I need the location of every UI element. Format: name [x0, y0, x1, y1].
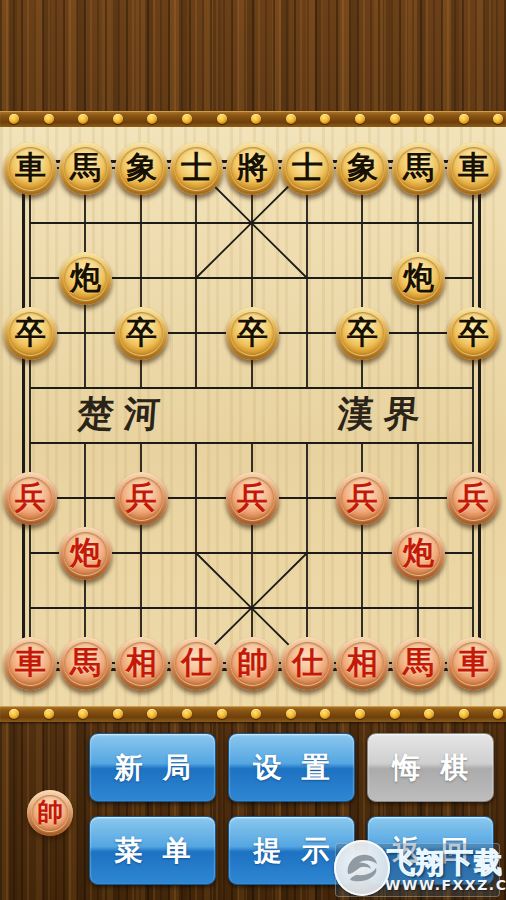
red-general-icon: 帥: [27, 790, 73, 836]
undo-button[interactable]: 悔棋: [367, 733, 494, 802]
piece-black-f2r3[interactable]: 卒: [115, 307, 168, 360]
piece-red-f2r9[interactable]: 相: [115, 637, 168, 690]
download-site-watermark: 飞翔下载 WWW.FXXZ.COM: [333, 840, 500, 896]
piece-glyph: 士: [181, 152, 212, 183]
piece-red-f4r9[interactable]: 帥: [226, 637, 279, 690]
piece-glyph: 卒: [15, 317, 46, 348]
piece-red-f4r6[interactable]: 兵: [226, 472, 279, 525]
piece-black-f7r0[interactable]: 馬: [392, 142, 445, 195]
piece-red-f5r9[interactable]: 仕: [281, 637, 334, 690]
piece-glyph: 卒: [126, 317, 157, 348]
piece-glyph: 仕: [292, 647, 323, 678]
piece-glyph: 炮: [403, 537, 434, 568]
watermark-site-url: WWW.FXXZ.COM: [385, 877, 506, 893]
piece-black-f7r2[interactable]: 炮: [392, 252, 445, 305]
piece-glyph: 車: [458, 647, 489, 678]
piece-glyph: 象: [126, 152, 157, 183]
new-game-button[interactable]: 新局: [89, 733, 216, 802]
settings-button[interactable]: 设置: [228, 733, 355, 802]
piece-black-f6r0[interactable]: 象: [336, 142, 389, 195]
piece-black-f6r3[interactable]: 卒: [336, 307, 389, 360]
piece-red-f0r6[interactable]: 兵: [4, 472, 57, 525]
xiangqi-app-screen: 楚河 漢界 車馬象士將士象馬車炮炮卒卒卒卒卒兵兵兵兵兵炮炮車馬相仕帥仕相馬車 帥…: [0, 0, 506, 900]
piece-red-f0r9[interactable]: 車: [4, 637, 57, 690]
menu-button[interactable]: 菜单: [89, 816, 216, 885]
piece-black-f8r3[interactable]: 卒: [447, 307, 500, 360]
piece-red-f1r7[interactable]: 炮: [59, 527, 112, 580]
piece-glyph: 車: [458, 152, 489, 183]
piece-black-f0r0[interactable]: 車: [4, 142, 57, 195]
piece-glyph: 車: [15, 152, 46, 183]
piece-red-f8r9[interactable]: 車: [447, 637, 500, 690]
piece-black-f4r3[interactable]: 卒: [226, 307, 279, 360]
piece-glyph: 馬: [70, 647, 101, 678]
piece-black-f4r0[interactable]: 將: [226, 142, 279, 195]
piece-red-f8r6[interactable]: 兵: [447, 472, 500, 525]
piece-red-f7r7[interactable]: 炮: [392, 527, 445, 580]
piece-red-f2r6[interactable]: 兵: [115, 472, 168, 525]
piece-black-f3r0[interactable]: 士: [170, 142, 223, 195]
piece-glyph: 炮: [403, 262, 434, 293]
piece-glyph: 車: [15, 647, 46, 678]
piece-red-f6r9[interactable]: 相: [336, 637, 389, 690]
piece-glyph: 卒: [237, 317, 268, 348]
piece-glyph: 炮: [70, 537, 101, 568]
turn-indicator-red-general: 帥: [24, 787, 70, 833]
piece-red-f3r9[interactable]: 仕: [170, 637, 223, 690]
piece-glyph: 兵: [347, 482, 378, 513]
piece-glyph: 兵: [15, 482, 46, 513]
piece-red-f6r6[interactable]: 兵: [336, 472, 389, 525]
piece-black-f2r0[interactable]: 象: [115, 142, 168, 195]
piece-red-f1r9[interactable]: 馬: [59, 637, 112, 690]
piece-black-f0r3[interactable]: 卒: [4, 307, 57, 360]
piece-glyph: 兵: [237, 482, 268, 513]
piece-glyph: 馬: [70, 152, 101, 183]
piece-glyph: 馬: [403, 647, 434, 678]
piece-black-f5r0[interactable]: 士: [281, 142, 334, 195]
piece-black-f8r0[interactable]: 車: [447, 142, 500, 195]
piece-glyph: 卒: [347, 317, 378, 348]
piece-glyph: 仕: [181, 647, 212, 678]
piece-black-f1r0[interactable]: 馬: [59, 142, 112, 195]
piece-glyph: 馬: [403, 152, 434, 183]
piece-glyph: 將: [237, 152, 268, 183]
piece-glyph: 帥: [237, 647, 268, 678]
piece-glyph: 卒: [458, 317, 489, 348]
piece-glyph: 兵: [126, 482, 157, 513]
piece-glyph: 象: [347, 152, 378, 183]
piece-glyph: 兵: [458, 482, 489, 513]
piece-glyph: 炮: [70, 262, 101, 293]
watermark-logo-icon: [334, 840, 390, 896]
piece-glyph: 士: [292, 152, 323, 183]
piece-glyph: 相: [347, 647, 378, 678]
piece-red-f7r9[interactable]: 馬: [392, 637, 445, 690]
piece-glyph: 相: [126, 647, 157, 678]
piece-black-f1r2[interactable]: 炮: [59, 252, 112, 305]
